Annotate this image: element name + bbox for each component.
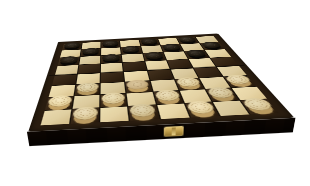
square-c3[interactable] <box>101 82 126 94</box>
dark-piece[interactable] <box>140 38 158 44</box>
dark-piece[interactable] <box>102 40 119 46</box>
dark-piece[interactable] <box>63 42 81 49</box>
square-h2[interactable] <box>232 87 267 100</box>
square-a4[interactable] <box>52 74 77 85</box>
scene <box>0 0 310 186</box>
dark-piece[interactable] <box>161 44 181 51</box>
square-b1[interactable] <box>71 108 100 124</box>
light-piece[interactable] <box>241 97 275 110</box>
square-e4[interactable] <box>147 69 173 80</box>
square-f3[interactable] <box>175 78 204 90</box>
square-h3[interactable] <box>224 76 256 88</box>
dark-piece[interactable] <box>185 49 207 57</box>
square-a2[interactable] <box>45 96 74 110</box>
square-a1[interactable] <box>41 109 72 125</box>
square-e1[interactable] <box>157 103 190 119</box>
square-g3[interactable] <box>199 77 230 89</box>
perspective-container <box>42 0 252 175</box>
light-piece[interactable] <box>224 74 253 84</box>
square-h4[interactable] <box>217 66 247 77</box>
square-g4[interactable] <box>194 67 223 78</box>
dark-piece[interactable] <box>200 41 222 48</box>
square-c1[interactable] <box>101 106 130 122</box>
square-g1[interactable] <box>213 101 250 116</box>
square-f4[interactable] <box>170 68 197 79</box>
light-piece[interactable] <box>76 82 98 93</box>
square-b2[interactable] <box>73 95 100 109</box>
product-photo <box>0 0 310 186</box>
light-piece[interactable] <box>185 100 216 114</box>
square-g2[interactable] <box>205 88 238 101</box>
square-d1[interactable] <box>129 105 160 121</box>
square-d2[interactable] <box>127 92 155 106</box>
square-e3[interactable] <box>150 79 178 91</box>
board-grid <box>41 36 279 125</box>
square-c2[interactable] <box>101 93 128 107</box>
square-f1[interactable] <box>185 102 220 117</box>
square-e2[interactable] <box>153 91 183 105</box>
square-c4[interactable] <box>101 72 124 83</box>
square-b4[interactable] <box>77 73 101 84</box>
light-piece[interactable] <box>130 103 157 117</box>
dark-piece[interactable] <box>102 54 121 62</box>
light-piece[interactable] <box>47 95 72 107</box>
light-piece[interactable] <box>206 86 236 98</box>
checkers-board <box>28 34 294 132</box>
dark-piece[interactable] <box>82 48 100 55</box>
dark-piece[interactable] <box>59 56 79 64</box>
square-a3[interactable] <box>49 85 76 97</box>
dark-piece[interactable] <box>122 46 140 53</box>
square-f2[interactable] <box>179 89 211 103</box>
light-piece[interactable] <box>102 92 126 104</box>
light-piece[interactable] <box>154 89 181 101</box>
dark-piece[interactable] <box>177 36 197 42</box>
square-d4[interactable] <box>124 71 149 82</box>
light-piece[interactable] <box>72 106 98 120</box>
square-h1[interactable] <box>241 99 280 114</box>
square-d3[interactable] <box>126 81 152 93</box>
dark-piece[interactable] <box>143 52 163 60</box>
light-piece[interactable] <box>175 77 201 88</box>
brass-clasp-icon <box>164 126 184 137</box>
light-piece[interactable] <box>126 79 149 90</box>
square-b3[interactable] <box>75 83 100 95</box>
